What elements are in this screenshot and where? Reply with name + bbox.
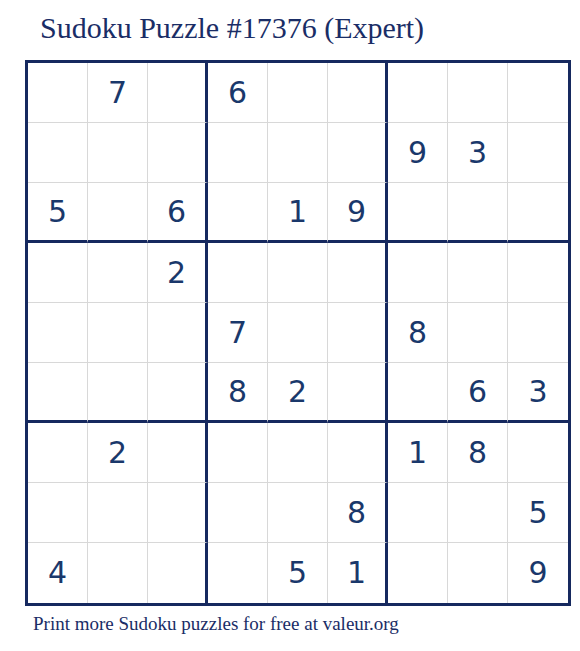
cell-r5-c8[interactable] — [448, 303, 508, 363]
cell-r3-c9[interactable] — [508, 183, 568, 243]
footer-text: Print more Sudoku puzzles for free at va… — [33, 613, 399, 635]
cell-r2-c5[interactable] — [268, 123, 328, 183]
cell-r1-c9[interactable] — [508, 63, 568, 123]
cell-r1-c2: 7 — [88, 63, 148, 123]
cell-r3-c6: 9 — [328, 183, 388, 243]
cell-r7-c3[interactable] — [148, 423, 208, 483]
cell-r2-c6[interactable] — [328, 123, 388, 183]
puzzle-title: Sudoku Puzzle #17376 (Expert) — [40, 11, 424, 45]
cell-r1-c8[interactable] — [448, 63, 508, 123]
cell-r7-c8: 8 — [448, 423, 508, 483]
cell-r3-c8[interactable] — [448, 183, 508, 243]
cell-r5-c6[interactable] — [328, 303, 388, 363]
cell-r4-c4[interactable] — [208, 243, 268, 303]
cell-r9-c1: 4 — [28, 543, 88, 603]
cell-r4-c3: 2 — [148, 243, 208, 303]
cell-r5-c1[interactable] — [28, 303, 88, 363]
cell-r5-c5[interactable] — [268, 303, 328, 363]
cell-r6-c2[interactable] — [88, 363, 148, 423]
cell-r5-c2[interactable] — [88, 303, 148, 363]
cell-r8-c4[interactable] — [208, 483, 268, 543]
cell-r2-c9[interactable] — [508, 123, 568, 183]
cell-r9-c5: 5 — [268, 543, 328, 603]
cell-r5-c3[interactable] — [148, 303, 208, 363]
cell-r2-c1[interactable] — [28, 123, 88, 183]
cell-r8-c8[interactable] — [448, 483, 508, 543]
cell-r4-c5[interactable] — [268, 243, 328, 303]
cell-r5-c9[interactable] — [508, 303, 568, 363]
cell-r9-c4[interactable] — [208, 543, 268, 603]
cell-r2-c2[interactable] — [88, 123, 148, 183]
cell-r1-c3[interactable] — [148, 63, 208, 123]
cell-r6-c9: 3 — [508, 363, 568, 423]
cell-r9-c3[interactable] — [148, 543, 208, 603]
cell-r8-c5[interactable] — [268, 483, 328, 543]
cell-r7-c7: 1 — [388, 423, 448, 483]
sudoku-board: 769356192788263218854519 — [25, 60, 571, 606]
cell-r4-c2[interactable] — [88, 243, 148, 303]
cell-r2-c3[interactable] — [148, 123, 208, 183]
cell-r9-c8[interactable] — [448, 543, 508, 603]
cell-r3-c4[interactable] — [208, 183, 268, 243]
cell-r7-c6[interactable] — [328, 423, 388, 483]
cell-r4-c9[interactable] — [508, 243, 568, 303]
cell-r3-c7[interactable] — [388, 183, 448, 243]
cell-r6-c8: 6 — [448, 363, 508, 423]
cell-r5-c4: 7 — [208, 303, 268, 363]
cell-r7-c9[interactable] — [508, 423, 568, 483]
cell-r8-c9: 5 — [508, 483, 568, 543]
cell-r7-c4[interactable] — [208, 423, 268, 483]
cell-r9-c2[interactable] — [88, 543, 148, 603]
cell-r2-c4[interactable] — [208, 123, 268, 183]
cell-r4-c8[interactable] — [448, 243, 508, 303]
cell-r8-c3[interactable] — [148, 483, 208, 543]
cell-r8-c1[interactable] — [28, 483, 88, 543]
sudoku-page: Sudoku Puzzle #17376 (Expert) 7693561927… — [0, 0, 580, 651]
cell-r3-c1: 5 — [28, 183, 88, 243]
cell-r1-c7[interactable] — [388, 63, 448, 123]
cell-r3-c2[interactable] — [88, 183, 148, 243]
cell-r1-c5[interactable] — [268, 63, 328, 123]
cell-r4-c7[interactable] — [388, 243, 448, 303]
cell-r9-c6: 1 — [328, 543, 388, 603]
cell-r6-c5: 2 — [268, 363, 328, 423]
cell-r6-c6[interactable] — [328, 363, 388, 423]
cell-r3-c5: 1 — [268, 183, 328, 243]
cell-r3-c3: 6 — [148, 183, 208, 243]
cell-r8-c7[interactable] — [388, 483, 448, 543]
cell-r8-c6: 8 — [328, 483, 388, 543]
cell-r6-c3[interactable] — [148, 363, 208, 423]
cell-r2-c8: 3 — [448, 123, 508, 183]
cell-r9-c9: 9 — [508, 543, 568, 603]
cell-r1-c4: 6 — [208, 63, 268, 123]
cell-r6-c4: 8 — [208, 363, 268, 423]
cell-r1-c1[interactable] — [28, 63, 88, 123]
cell-r1-c6[interactable] — [328, 63, 388, 123]
cell-r2-c7: 9 — [388, 123, 448, 183]
cell-r4-c1[interactable] — [28, 243, 88, 303]
cell-r4-c6[interactable] — [328, 243, 388, 303]
cell-r7-c2: 2 — [88, 423, 148, 483]
cell-r5-c7: 8 — [388, 303, 448, 363]
cell-r6-c1[interactable] — [28, 363, 88, 423]
cell-r7-c1[interactable] — [28, 423, 88, 483]
cell-r8-c2[interactable] — [88, 483, 148, 543]
cell-r7-c5[interactable] — [268, 423, 328, 483]
cell-r6-c7[interactable] — [388, 363, 448, 423]
cell-r9-c7[interactable] — [388, 543, 448, 603]
